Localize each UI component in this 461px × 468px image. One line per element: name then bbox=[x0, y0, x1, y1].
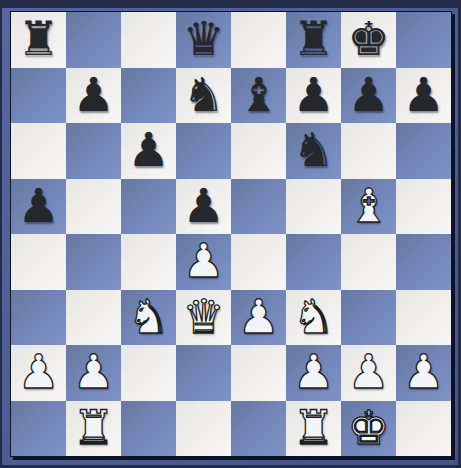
square-c4[interactable] bbox=[121, 234, 176, 290]
square-h6[interactable] bbox=[396, 123, 451, 179]
square-a7[interactable] bbox=[11, 68, 66, 124]
square-h8[interactable] bbox=[396, 12, 451, 68]
piece-white-pawn[interactable]: ♟ bbox=[402, 348, 444, 395]
piece-white-rook[interactable]: ♜ bbox=[292, 404, 334, 451]
piece-white-queen[interactable]: ♛ bbox=[182, 293, 224, 340]
square-c3[interactable]: ♞ bbox=[121, 290, 176, 346]
square-c1[interactable] bbox=[121, 401, 176, 457]
piece-black-pawn[interactable]: ♟ bbox=[402, 71, 444, 118]
square-e8[interactable] bbox=[231, 12, 286, 68]
square-b5[interactable] bbox=[66, 179, 121, 235]
square-d1[interactable] bbox=[176, 401, 231, 457]
square-c7[interactable] bbox=[121, 68, 176, 124]
square-e2[interactable] bbox=[231, 345, 286, 401]
square-d2[interactable] bbox=[176, 345, 231, 401]
square-g7[interactable]: ♟ bbox=[341, 68, 396, 124]
piece-white-pawn[interactable]: ♟ bbox=[72, 348, 114, 395]
square-d5[interactable]: ♟ bbox=[176, 179, 231, 235]
square-e6[interactable] bbox=[231, 123, 286, 179]
chess-board: ♜♛♜♚♟♞♝♟♟♟♟♞♟♟♝♟♞♛♟♞♟♟♟♟♟♜♜♚ bbox=[10, 11, 452, 457]
square-a5[interactable]: ♟ bbox=[11, 179, 66, 235]
square-g4[interactable] bbox=[341, 234, 396, 290]
square-b2[interactable]: ♟ bbox=[66, 345, 121, 401]
square-e5[interactable] bbox=[231, 179, 286, 235]
square-a2[interactable]: ♟ bbox=[11, 345, 66, 401]
piece-black-pawn[interactable]: ♟ bbox=[182, 182, 224, 229]
piece-black-queen[interactable]: ♛ bbox=[182, 15, 224, 62]
square-c6[interactable]: ♟ bbox=[121, 123, 176, 179]
piece-black-pawn[interactable]: ♟ bbox=[17, 182, 59, 229]
chess-app-window: ♜♛♜♚♟♞♝♟♟♟♟♞♟♟♝♟♞♛♟♞♟♟♟♟♟♜♜♚ bbox=[0, 0, 461, 468]
square-e1[interactable] bbox=[231, 401, 286, 457]
square-f1[interactable]: ♜ bbox=[286, 401, 341, 457]
square-e3[interactable]: ♟ bbox=[231, 290, 286, 346]
square-d4[interactable]: ♟ bbox=[176, 234, 231, 290]
square-b1[interactable]: ♜ bbox=[66, 401, 121, 457]
square-g2[interactable]: ♟ bbox=[341, 345, 396, 401]
square-f6[interactable]: ♞ bbox=[286, 123, 341, 179]
piece-black-rook[interactable]: ♜ bbox=[17, 15, 59, 62]
piece-white-pawn[interactable]: ♟ bbox=[292, 348, 334, 395]
square-d3[interactable]: ♛ bbox=[176, 290, 231, 346]
square-a3[interactable] bbox=[11, 290, 66, 346]
square-b7[interactable]: ♟ bbox=[66, 68, 121, 124]
square-a6[interactable] bbox=[11, 123, 66, 179]
piece-white-bishop[interactable]: ♝ bbox=[347, 182, 389, 229]
square-h7[interactable]: ♟ bbox=[396, 68, 451, 124]
piece-black-bishop[interactable]: ♝ bbox=[237, 71, 279, 118]
square-g1[interactable]: ♚ bbox=[341, 401, 396, 457]
square-f2[interactable]: ♟ bbox=[286, 345, 341, 401]
piece-black-knight[interactable]: ♞ bbox=[292, 126, 334, 173]
square-c5[interactable] bbox=[121, 179, 176, 235]
square-g8[interactable]: ♚ bbox=[341, 12, 396, 68]
square-f8[interactable]: ♜ bbox=[286, 12, 341, 68]
square-f3[interactable]: ♞ bbox=[286, 290, 341, 346]
square-b6[interactable] bbox=[66, 123, 121, 179]
square-a4[interactable] bbox=[11, 234, 66, 290]
piece-white-pawn[interactable]: ♟ bbox=[347, 348, 389, 395]
square-g6[interactable] bbox=[341, 123, 396, 179]
piece-white-knight[interactable]: ♞ bbox=[127, 293, 169, 340]
piece-white-pawn[interactable]: ♟ bbox=[237, 293, 279, 340]
square-g5[interactable]: ♝ bbox=[341, 179, 396, 235]
square-c8[interactable] bbox=[121, 12, 176, 68]
square-d6[interactable] bbox=[176, 123, 231, 179]
square-h1[interactable] bbox=[396, 401, 451, 457]
piece-black-pawn[interactable]: ♟ bbox=[292, 71, 334, 118]
square-f5[interactable] bbox=[286, 179, 341, 235]
square-h4[interactable] bbox=[396, 234, 451, 290]
piece-white-pawn[interactable]: ♟ bbox=[17, 348, 59, 395]
piece-white-rook[interactable]: ♜ bbox=[72, 404, 114, 451]
square-c2[interactable] bbox=[121, 345, 176, 401]
square-e7[interactable]: ♝ bbox=[231, 68, 286, 124]
piece-white-pawn[interactable]: ♟ bbox=[182, 237, 224, 284]
square-f4[interactable] bbox=[286, 234, 341, 290]
square-h5[interactable] bbox=[396, 179, 451, 235]
piece-black-knight[interactable]: ♞ bbox=[182, 71, 224, 118]
square-h3[interactable] bbox=[396, 290, 451, 346]
square-b4[interactable] bbox=[66, 234, 121, 290]
square-d8[interactable]: ♛ bbox=[176, 12, 231, 68]
square-b8[interactable] bbox=[66, 12, 121, 68]
square-f7[interactable]: ♟ bbox=[286, 68, 341, 124]
square-a8[interactable]: ♜ bbox=[11, 12, 66, 68]
piece-black-rook[interactable]: ♜ bbox=[292, 15, 334, 62]
square-h2[interactable]: ♟ bbox=[396, 345, 451, 401]
square-d7[interactable]: ♞ bbox=[176, 68, 231, 124]
square-b3[interactable] bbox=[66, 290, 121, 346]
square-a1[interactable] bbox=[11, 401, 66, 457]
piece-black-pawn[interactable]: ♟ bbox=[347, 71, 389, 118]
piece-black-pawn[interactable]: ♟ bbox=[127, 126, 169, 173]
piece-white-knight[interactable]: ♞ bbox=[292, 293, 334, 340]
square-g3[interactable] bbox=[341, 290, 396, 346]
piece-black-king[interactable]: ♚ bbox=[347, 15, 389, 62]
square-e4[interactable] bbox=[231, 234, 286, 290]
piece-white-king[interactable]: ♚ bbox=[347, 404, 389, 451]
piece-black-pawn[interactable]: ♟ bbox=[72, 71, 114, 118]
